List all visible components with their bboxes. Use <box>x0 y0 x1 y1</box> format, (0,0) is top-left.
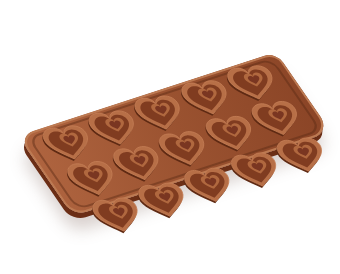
scene <box>0 0 340 274</box>
cavity-grid <box>34 59 313 209</box>
mold-tray <box>18 52 331 216</box>
